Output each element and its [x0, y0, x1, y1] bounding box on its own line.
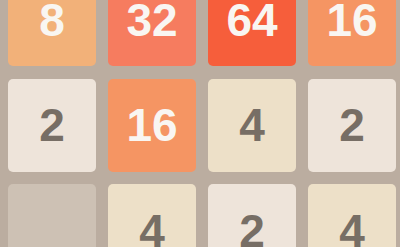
empty-cell [8, 184, 96, 247]
tile: 32 [108, 0, 196, 66]
tile: 4 [208, 79, 296, 172]
game-board[interactable]: 8 32 64 16 2 16 4 2 4 2 4 [8, 0, 396, 247]
2048-board-viewport: 8 32 64 16 2 16 4 2 4 2 4 [0, 0, 400, 247]
tile: 4 [108, 184, 196, 247]
tile: 64 [208, 0, 296, 66]
tile: 4 [308, 184, 396, 247]
tile: 8 [8, 0, 96, 66]
tile: 16 [308, 0, 396, 66]
tile: 16 [108, 79, 196, 172]
tile: 2 [8, 79, 96, 172]
tile: 2 [308, 79, 396, 172]
tile: 2 [208, 184, 296, 247]
